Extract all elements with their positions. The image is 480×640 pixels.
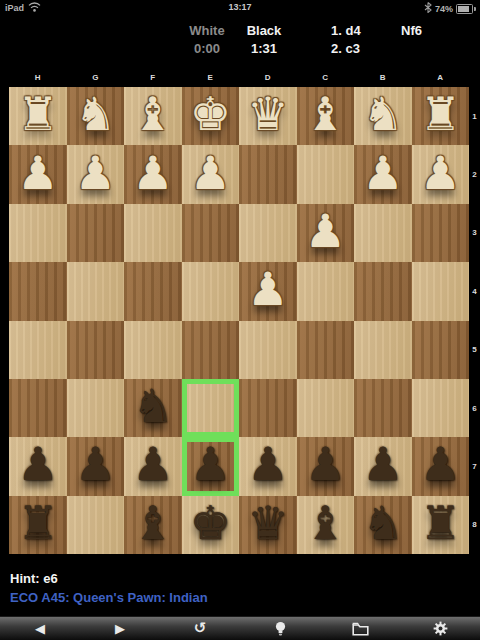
eco-opening-text: ECO A45: Queen's Pawn: Indian <box>10 590 208 605</box>
square-b2[interactable]: ♟ <box>354 145 412 203</box>
black-bishop: ♝ <box>305 500 346 546</box>
settings-button[interactable] <box>400 617 480 640</box>
square-c7[interactable]: ♟ <box>297 437 355 495</box>
bluetooth-icon <box>424 2 432 15</box>
square-b5[interactable] <box>354 321 412 379</box>
square-a7[interactable]: ♟ <box>412 437 470 495</box>
square-f7[interactable]: ♟ <box>124 437 182 495</box>
forward-icon: ▶ <box>115 622 125 635</box>
square-d7[interactable]: ♟ <box>239 437 297 495</box>
square-b6[interactable] <box>354 379 412 437</box>
square-h7[interactable]: ♟ <box>9 437 67 495</box>
square-f8[interactable]: ♝ <box>124 496 182 554</box>
square-g2[interactable]: ♟ <box>67 145 125 203</box>
square-h4[interactable] <box>9 262 67 320</box>
white-king: ♚ <box>190 91 231 137</box>
white-pawn: ♟ <box>132 150 173 196</box>
black-pawn: ♟ <box>362 441 403 487</box>
white-pawn: ♟ <box>247 266 288 312</box>
black-rook: ♜ <box>17 500 58 546</box>
folder-icon <box>352 622 369 636</box>
square-g4[interactable] <box>67 262 125 320</box>
square-e6[interactable] <box>182 379 240 437</box>
undo-button[interactable]: ↺ <box>160 617 240 640</box>
square-d2[interactable] <box>239 145 297 203</box>
white-knight: ♞ <box>75 91 116 137</box>
square-g1[interactable]: ♞ <box>67 87 125 145</box>
square-b4[interactable] <box>354 262 412 320</box>
bottom-toolbar: ◀ ▶ ↺ <box>0 616 480 640</box>
rank-label-6: 6 <box>469 379 480 437</box>
black-pawn: ♟ <box>17 441 58 487</box>
square-d8[interactable]: ♛ <box>239 496 297 554</box>
black-pawn: ♟ <box>420 441 461 487</box>
square-d1[interactable]: ♛ <box>239 87 297 145</box>
square-e7[interactable]: ♟ <box>182 437 240 495</box>
black-clock: 1:31 <box>229 41 299 56</box>
white-queen: ♛ <box>247 91 288 137</box>
rank-label-2: 2 <box>469 145 480 203</box>
square-c8[interactable]: ♝ <box>297 496 355 554</box>
square-a4[interactable] <box>412 262 470 320</box>
black-pawn: ♟ <box>305 441 346 487</box>
black-knight: ♞ <box>132 383 173 429</box>
black-rook: ♜ <box>420 500 461 546</box>
square-h1[interactable]: ♜ <box>9 87 67 145</box>
white-bishop: ♝ <box>305 91 346 137</box>
white-pawn: ♟ <box>190 150 231 196</box>
black-king: ♚ <box>190 500 231 546</box>
file-label-a: A <box>412 73 470 85</box>
battery-percent: 74% <box>435 4 453 14</box>
white-pawn: ♟ <box>75 150 116 196</box>
status-bar: iPad 13:17 74% <box>0 0 480 16</box>
hint-text: Hint: e6 <box>10 571 58 586</box>
square-d5[interactable] <box>239 321 297 379</box>
black-player-label: Black <box>229 23 299 38</box>
square-b3[interactable] <box>354 204 412 262</box>
square-d3[interactable] <box>239 204 297 262</box>
square-f3[interactable] <box>124 204 182 262</box>
black-knight: ♞ <box>362 500 403 546</box>
rank-label-5: 5 <box>469 321 480 379</box>
square-a5[interactable] <box>412 321 470 379</box>
square-a1[interactable]: ♜ <box>412 87 470 145</box>
square-d4[interactable]: ♟ <box>239 262 297 320</box>
square-h8[interactable]: ♜ <box>9 496 67 554</box>
games-folder-button[interactable] <box>320 617 400 640</box>
rank-label-8: 8 <box>469 496 480 554</box>
rank-label-1: 1 <box>469 87 480 145</box>
hint-button[interactable] <box>240 617 320 640</box>
back-icon: ◀ <box>35 622 45 635</box>
square-c6[interactable] <box>297 379 355 437</box>
game-header: White Black 0:00 1:31 1. d4 Nf6 2. c3 <box>0 15 480 73</box>
square-a2[interactable]: ♟ <box>412 145 470 203</box>
move-2-white: 2. c3 <box>331 41 360 56</box>
black-queen: ♛ <box>247 500 288 546</box>
square-d6[interactable] <box>239 379 297 437</box>
square-a3[interactable] <box>412 204 470 262</box>
white-rook: ♜ <box>420 91 461 137</box>
black-pawn: ♟ <box>75 441 116 487</box>
square-f6[interactable]: ♞ <box>124 379 182 437</box>
square-e1[interactable]: ♚ <box>182 87 240 145</box>
forward-button[interactable]: ▶ <box>80 617 160 640</box>
square-g8[interactable] <box>67 496 125 554</box>
rank-labels: 12345678 <box>469 87 480 554</box>
file-label-d: D <box>239 73 297 85</box>
square-c1[interactable]: ♝ <box>297 87 355 145</box>
square-b7[interactable]: ♟ <box>354 437 412 495</box>
white-pawn: ♟ <box>305 208 346 254</box>
square-a6[interactable] <box>412 379 470 437</box>
white-pawn: ♟ <box>362 150 403 196</box>
square-e8[interactable]: ♚ <box>182 496 240 554</box>
square-g5[interactable] <box>67 321 125 379</box>
white-rook: ♜ <box>17 91 58 137</box>
square-h2[interactable]: ♟ <box>9 145 67 203</box>
move-1-white: 1. d4 <box>331 23 361 38</box>
square-c4[interactable] <box>297 262 355 320</box>
white-knight: ♞ <box>362 91 403 137</box>
square-a8[interactable]: ♜ <box>412 496 470 554</box>
move-1-black: Nf6 <box>401 23 422 38</box>
square-h6[interactable] <box>9 379 67 437</box>
file-label-c: C <box>297 73 355 85</box>
rank-label-7: 7 <box>469 437 480 495</box>
undo-icon: ↺ <box>194 621 207 636</box>
file-label-g: G <box>67 73 125 85</box>
white-pawn: ♟ <box>17 150 58 196</box>
white-pawn: ♟ <box>420 150 461 196</box>
white-bishop: ♝ <box>132 91 173 137</box>
rank-label-4: 4 <box>469 262 480 320</box>
back-button[interactable]: ◀ <box>0 617 80 640</box>
black-pawn: ♟ <box>190 441 231 487</box>
square-c2[interactable] <box>297 145 355 203</box>
square-e2[interactable]: ♟ <box>182 145 240 203</box>
lightbulb-icon <box>274 621 287 637</box>
square-e5[interactable] <box>182 321 240 379</box>
square-c3[interactable]: ♟ <box>297 204 355 262</box>
square-h5[interactable] <box>9 321 67 379</box>
square-f1[interactable]: ♝ <box>124 87 182 145</box>
chess-board: ♜♞♝♚♛♝♞♜♟♟♟♟♟♟♟♟♞♟♟♟♟♟♟♟♟♜♝♚♛♝♞♜ <box>9 87 469 554</box>
square-h3[interactable] <box>9 204 67 262</box>
black-pawn: ♟ <box>247 441 288 487</box>
square-b8[interactable]: ♞ <box>354 496 412 554</box>
square-e3[interactable] <box>182 204 240 262</box>
square-g3[interactable] <box>67 204 125 262</box>
file-label-f: F <box>124 73 182 85</box>
clock-time: 13:17 <box>0 2 480 12</box>
square-f4[interactable] <box>124 262 182 320</box>
battery-icon <box>456 4 473 14</box>
square-e4[interactable] <box>182 262 240 320</box>
black-pawn: ♟ <box>132 441 173 487</box>
square-b1[interactable]: ♞ <box>354 87 412 145</box>
file-labels: HGFEDCBA <box>9 73 469 85</box>
black-bishop: ♝ <box>132 500 173 546</box>
square-f5[interactable] <box>124 321 182 379</box>
rank-label-3: 3 <box>469 204 480 262</box>
square-f2[interactable]: ♟ <box>124 145 182 203</box>
square-g7[interactable]: ♟ <box>67 437 125 495</box>
file-label-h: H <box>9 73 67 85</box>
file-label-b: B <box>354 73 412 85</box>
square-c5[interactable] <box>297 321 355 379</box>
file-label-e: E <box>182 73 240 85</box>
square-g6[interactable] <box>67 379 125 437</box>
gear-icon <box>433 621 448 636</box>
